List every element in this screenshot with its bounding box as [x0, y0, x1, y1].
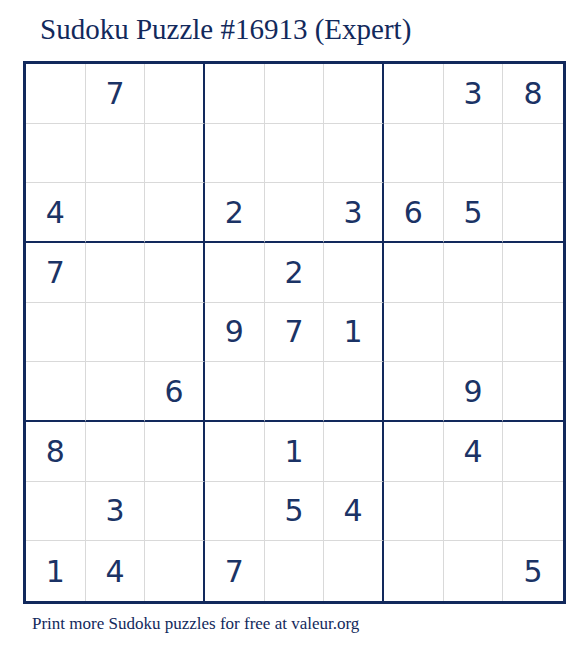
- cell-r2c6: [324, 124, 384, 184]
- cell-r7c2: [86, 422, 146, 482]
- cell-r9c7: [384, 541, 444, 601]
- cell-r7c1: 8: [26, 422, 86, 482]
- cell-r6c7: [384, 362, 444, 422]
- cell-r4c9: [503, 243, 563, 303]
- cell-r6c6: [324, 362, 384, 422]
- cell-r2c5: [265, 124, 325, 184]
- cell-r5c9: [503, 303, 563, 363]
- cell-r6c3: 6: [145, 362, 205, 422]
- cell-r6c5: [265, 362, 325, 422]
- cell-r8c9: [503, 482, 563, 542]
- cell-r9c9: 5: [503, 541, 563, 601]
- cell-r4c4: [205, 243, 265, 303]
- cell-r5c1: [26, 303, 86, 363]
- cell-r9c2: 4: [86, 541, 146, 601]
- cell-r6c2: [86, 362, 146, 422]
- cell-r7c5: 1: [265, 422, 325, 482]
- cell-r7c8: 4: [444, 422, 504, 482]
- cell-r7c4: [205, 422, 265, 482]
- cell-r7c3: [145, 422, 205, 482]
- cell-r4c6: [324, 243, 384, 303]
- cell-r6c1: [26, 362, 86, 422]
- cell-r6c8: 9: [444, 362, 504, 422]
- cell-r8c2: 3: [86, 482, 146, 542]
- cell-r9c6: [324, 541, 384, 601]
- cell-r2c1: [26, 124, 86, 184]
- cell-r8c6: 4: [324, 482, 384, 542]
- cell-r8c4: [205, 482, 265, 542]
- cell-r3c3: [145, 183, 205, 243]
- cell-r5c3: [145, 303, 205, 363]
- cell-r4c7: [384, 243, 444, 303]
- cell-r3c9: [503, 183, 563, 243]
- cell-r1c5: [265, 64, 325, 124]
- cell-r3c8: 5: [444, 183, 504, 243]
- cell-r1c2: 7: [86, 64, 146, 124]
- cell-r5c5: 7: [265, 303, 325, 363]
- cell-r5c8: [444, 303, 504, 363]
- cell-r8c8: [444, 482, 504, 542]
- cell-r3c1: 4: [26, 183, 86, 243]
- cell-r1c8: 3: [444, 64, 504, 124]
- cell-r9c4: 7: [205, 541, 265, 601]
- cell-r2c8: [444, 124, 504, 184]
- cell-r6c9: [503, 362, 563, 422]
- cell-r3c6: 3: [324, 183, 384, 243]
- cell-r2c2: [86, 124, 146, 184]
- cell-r3c2: [86, 183, 146, 243]
- cell-r6c4: [205, 362, 265, 422]
- cell-r1c1: [26, 64, 86, 124]
- cell-r2c7: [384, 124, 444, 184]
- cell-r9c8: [444, 541, 504, 601]
- cell-r9c5: [265, 541, 325, 601]
- cell-r4c3: [145, 243, 205, 303]
- cell-r5c2: [86, 303, 146, 363]
- cell-r7c7: [384, 422, 444, 482]
- sudoku-board: 7384236572971698143541475: [23, 61, 566, 604]
- cell-r5c7: [384, 303, 444, 363]
- footer-text: Print more Sudoku puzzles for free at va…: [32, 614, 359, 634]
- cell-r4c8: [444, 243, 504, 303]
- cell-r1c9: 8: [503, 64, 563, 124]
- cell-r2c9: [503, 124, 563, 184]
- cell-r1c4: [205, 64, 265, 124]
- cell-r8c1: [26, 482, 86, 542]
- cell-r5c6: 1: [324, 303, 384, 363]
- cell-r3c4: 2: [205, 183, 265, 243]
- cell-r3c5: [265, 183, 325, 243]
- cell-r4c1: 7: [26, 243, 86, 303]
- page-title: Sudoku Puzzle #16913 (Expert): [40, 13, 411, 46]
- cell-r1c6: [324, 64, 384, 124]
- cell-r5c4: 9: [205, 303, 265, 363]
- cell-r9c1: 1: [26, 541, 86, 601]
- cell-r2c3: [145, 124, 205, 184]
- cell-r8c3: [145, 482, 205, 542]
- cell-r3c7: 6: [384, 183, 444, 243]
- cell-r2c4: [205, 124, 265, 184]
- sudoku-page: Sudoku Puzzle #16913 (Expert) 7384236572…: [0, 0, 580, 651]
- cell-r7c9: [503, 422, 563, 482]
- cell-r4c5: 2: [265, 243, 325, 303]
- cell-r7c6: [324, 422, 384, 482]
- cell-r1c3: [145, 64, 205, 124]
- cell-r4c2: [86, 243, 146, 303]
- cell-r8c5: 5: [265, 482, 325, 542]
- cell-r1c7: [384, 64, 444, 124]
- cell-r9c3: [145, 541, 205, 601]
- cell-r8c7: [384, 482, 444, 542]
